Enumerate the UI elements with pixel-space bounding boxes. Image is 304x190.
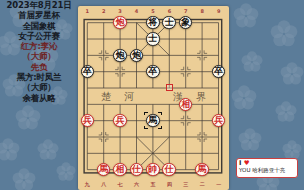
file-numbers-bottom: 九八七六五四三二一 — [79, 181, 227, 187]
file-number: 一 — [211, 181, 227, 187]
black-general-piece[interactable]: 将 — [146, 16, 160, 30]
black-advisor-piece[interactable]: 士 — [162, 16, 176, 30]
board-intersection — [194, 15, 210, 31]
piece-character: 士 — [148, 34, 157, 43]
piece-character: 馬 — [148, 116, 157, 125]
board-intersection — [112, 96, 128, 112]
file-number: 二 — [194, 181, 210, 187]
board-intersection — [128, 129, 144, 145]
board-intersection: 馬 — [145, 112, 161, 128]
board-intersection — [128, 145, 144, 161]
event-info-line: 女子公开赛 — [0, 31, 78, 41]
board-intersection — [128, 31, 144, 47]
board-intersection — [177, 47, 193, 63]
board-intersection: 仕 — [128, 161, 144, 177]
board-intersection — [210, 31, 226, 47]
red-horse-piece[interactable]: 馬 — [195, 163, 209, 177]
board-intersection — [194, 112, 210, 128]
file-number: 5 — [145, 8, 161, 14]
board-intersection — [210, 129, 226, 145]
flower-icon — [12, 168, 36, 190]
board-intersection — [194, 47, 210, 63]
board-intersection — [177, 63, 193, 79]
black-cannon-piece[interactable]: 炮 — [130, 49, 144, 63]
event-info-line: 黑方:时凤兰 — [0, 72, 78, 82]
event-info-line: （大师） — [0, 82, 78, 92]
red-soldier-piece[interactable]: 兵 — [212, 114, 226, 128]
board-intersection — [210, 80, 226, 96]
heart-icon: ♥ — [244, 159, 250, 167]
board-intersection — [177, 80, 193, 96]
board-intersection — [112, 31, 128, 47]
file-number: 九 — [79, 181, 95, 187]
board-intersection — [194, 63, 210, 79]
file-numbers-top: 123456789 — [79, 8, 227, 14]
board-intersection — [95, 145, 111, 161]
black-elephant-piece[interactable]: 象 — [179, 16, 193, 30]
red-cannon-piece[interactable]: 炮 — [113, 16, 127, 30]
event-info-line: 2023年8月21日 — [0, 0, 78, 10]
board-intersection: 将 — [145, 15, 161, 31]
piece-character: 兵 — [116, 116, 125, 125]
board-intersection: 炮 — [128, 47, 144, 63]
board-intersection — [161, 31, 177, 47]
board-intersection — [112, 63, 128, 79]
event-info-line: 红方:李沁 — [0, 41, 78, 51]
board-intersection — [128, 63, 144, 79]
board-intersection — [194, 31, 210, 47]
board-intersection — [79, 96, 95, 112]
file-number: 6 — [161, 8, 177, 14]
board-intersection — [95, 129, 111, 145]
board-intersection — [145, 96, 161, 112]
board-intersection: 炮 — [112, 47, 128, 63]
file-number: 四 — [161, 181, 177, 187]
board-intersection — [194, 145, 210, 161]
piece-character: 相 — [181, 99, 190, 108]
red-elephant-piece[interactable]: 相 — [179, 98, 193, 112]
board-intersection — [161, 80, 177, 96]
piece-character: 卒 — [148, 67, 157, 76]
piece-character: 炮 — [116, 50, 125, 59]
piece-character: 炮 — [116, 18, 125, 27]
piece-character: 炮 — [132, 50, 141, 59]
piece-character: 卒 — [214, 67, 223, 76]
piece-character: 象 — [181, 18, 190, 27]
board-intersection — [128, 112, 144, 128]
board-intersection — [79, 129, 95, 145]
piece-character: 士 — [165, 18, 174, 27]
board-intersection: 馬 — [95, 161, 111, 177]
event-info-line: 余着从略 — [0, 93, 78, 103]
board-intersection — [79, 145, 95, 161]
event-info-line: （大师） — [0, 51, 78, 61]
board-intersection — [161, 47, 177, 63]
board-intersection — [95, 47, 111, 63]
black-soldier-piece[interactable]: 卒 — [81, 65, 95, 79]
red-advisor-piece[interactable]: 仕 — [130, 163, 144, 177]
board-intersections: 炮将士象士炮炮卒卒卒相兵兵馬兵馬相仕帥仕馬 — [79, 15, 227, 178]
piece-character: 相 — [116, 165, 125, 174]
red-general-piece[interactable]: 帥 — [146, 163, 160, 177]
board-intersection — [128, 15, 144, 31]
red-soldier-piece[interactable]: 兵 — [81, 114, 95, 128]
file-number: 1 — [79, 8, 95, 14]
flower-icon — [270, 20, 298, 48]
board-intersection — [210, 15, 226, 31]
flower-icon — [231, 85, 257, 111]
board-intersection: 相 — [177, 96, 193, 112]
file-number: 五 — [145, 181, 161, 187]
file-number: 2 — [95, 8, 111, 14]
flower-icon — [0, 138, 20, 162]
event-info-line: 全国象棋 — [0, 21, 78, 31]
board-intersection — [95, 96, 111, 112]
board-intersection — [177, 112, 193, 128]
red-horse-piece[interactable]: 馬 — [97, 163, 111, 177]
black-soldier-piece[interactable]: 卒 — [212, 65, 226, 79]
board-intersection — [194, 96, 210, 112]
last-move-highlight-corner — [144, 112, 148, 116]
black-soldier-piece[interactable]: 卒 — [146, 65, 160, 79]
board-intersection — [194, 80, 210, 96]
piece-character: 将 — [148, 18, 157, 27]
piece-character: 兵 — [214, 116, 223, 125]
board-intersection — [145, 129, 161, 145]
board-intersection — [95, 112, 111, 128]
piece-character: 兵 — [83, 116, 92, 125]
board-intersection — [112, 129, 128, 145]
board-intersection — [161, 129, 177, 145]
black-cannon-piece[interactable]: 炮 — [113, 49, 127, 63]
board-intersection — [95, 31, 111, 47]
piece-character: 帥 — [148, 165, 157, 174]
board-intersection: 卒 — [79, 63, 95, 79]
board-intersection — [161, 96, 177, 112]
file-number: 8 — [194, 8, 210, 14]
board-intersection: 兵 — [210, 112, 226, 128]
piece-character: 仕 — [165, 165, 174, 174]
piece-character: 馬 — [99, 165, 108, 174]
red-advisor-piece[interactable]: 仕 — [162, 163, 176, 177]
board-intersection — [210, 161, 226, 177]
board-intersection — [177, 129, 193, 145]
piece-character: 卒 — [83, 67, 92, 76]
event-info-line: 先负 — [0, 62, 78, 72]
file-number: 三 — [178, 181, 194, 187]
board-intersection: 卒 — [210, 63, 226, 79]
board-intersection — [79, 31, 95, 47]
last-move-from-marker — [166, 84, 173, 91]
board-intersection: 炮 — [112, 15, 128, 31]
board-intersection — [112, 145, 128, 161]
board-intersection — [210, 96, 226, 112]
board-intersection — [177, 31, 193, 47]
board-intersection — [161, 63, 177, 79]
flower-icon — [241, 51, 263, 73]
board-intersection — [95, 15, 111, 31]
file-number: 3 — [112, 8, 128, 14]
red-soldier-piece[interactable]: 兵 — [113, 114, 127, 128]
board-intersection: 士 — [161, 15, 177, 31]
board-intersection — [79, 161, 95, 177]
flower-icon — [280, 62, 304, 86]
flower-icon — [37, 139, 59, 161]
board-intersection: 馬 — [194, 161, 210, 177]
board-intersection — [128, 96, 144, 112]
board-intersection — [145, 145, 161, 161]
file-number: 六 — [128, 181, 144, 187]
board-intersection: 兵 — [112, 112, 128, 128]
flower-icon — [282, 140, 302, 160]
file-number: 八 — [95, 181, 111, 187]
xiangqi-board: 123456789 九八七六五四三二一 楚 河 漢 界 炮将士象士炮炮卒卒卒相兵… — [78, 6, 229, 190]
event-info-line: 首届罗星杯 — [0, 10, 78, 20]
red-elephant-piece[interactable]: 相 — [113, 163, 127, 177]
black-advisor-piece[interactable]: 士 — [146, 32, 160, 46]
event-info-panel: 2023年8月21日首届罗星杯全国象棋女子公开赛红方:李沁（大师）先负黑方:时凤… — [0, 0, 78, 103]
board-intersection: 相 — [112, 161, 128, 177]
watermark-line1: I ♥ — [239, 160, 295, 167]
board-intersection — [145, 47, 161, 63]
board-intersection — [145, 80, 161, 96]
board-intersection: 象 — [177, 15, 193, 31]
board-intersection — [161, 112, 177, 128]
watermark-badge: I ♥ YOU 哈利路亚十亮 — [236, 158, 298, 178]
video-frame: 2023年8月21日首届罗星杯全国象棋女子公开赛红方:李沁（大师）先负黑方:时凤… — [0, 0, 304, 190]
board-intersection — [79, 80, 95, 96]
file-number: 9 — [211, 8, 227, 14]
board-intersection — [79, 47, 95, 63]
board-intersection: 仕 — [161, 161, 177, 177]
board-intersection — [112, 80, 128, 96]
flower-icon — [275, 101, 297, 123]
board-intersection: 卒 — [145, 63, 161, 79]
board-intersection — [210, 47, 226, 63]
board-intersection: 兵 — [79, 112, 95, 128]
board-intersection — [161, 145, 177, 161]
board-intersection: 士 — [145, 31, 161, 47]
board-intersection: 帥 — [145, 161, 161, 177]
board-intersection — [177, 161, 193, 177]
board-intersection — [95, 80, 111, 96]
piece-character: 仕 — [132, 165, 141, 174]
black-horse-piece[interactable]: 馬 — [146, 114, 160, 128]
board-intersection — [194, 129, 210, 145]
flower-icon — [233, 3, 259, 29]
board-intersection — [177, 145, 193, 161]
board-intersection — [79, 15, 95, 31]
file-number: 4 — [128, 8, 144, 14]
watermark-line2: YOU 哈利路亚十亮 — [239, 167, 295, 174]
board-intersection — [210, 145, 226, 161]
flower-icon — [56, 162, 76, 182]
flower-icon — [238, 128, 262, 152]
board-intersection — [95, 63, 111, 79]
piece-character: 馬 — [198, 165, 207, 174]
file-number: 7 — [178, 8, 194, 14]
flower-icon — [15, 105, 41, 131]
file-number: 七 — [112, 181, 128, 187]
board-intersection — [128, 80, 144, 96]
